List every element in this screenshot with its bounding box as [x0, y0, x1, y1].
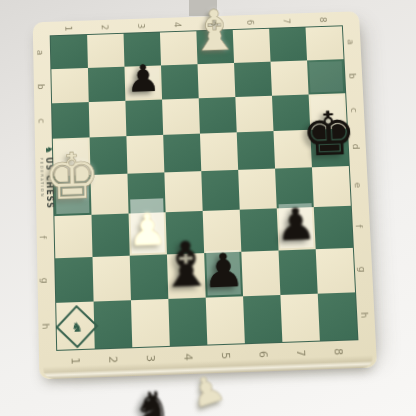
- file-label-left-a: a: [35, 50, 44, 56]
- offboard-white-pawn[interactable]: ♟: [185, 368, 229, 415]
- file-label-left-c: c: [36, 118, 45, 123]
- file-label-left-b: b: [36, 83, 45, 89]
- square-b2[interactable]: [88, 67, 125, 102]
- square-e8[interactable]: [312, 166, 351, 207]
- square-h2[interactable]: [94, 300, 133, 348]
- square-g1[interactable]: [55, 257, 93, 303]
- rank-label-top-3: 3: [136, 23, 145, 29]
- black-pawn-g5[interactable]: ♟: [199, 247, 247, 295]
- file-label-right-g: g: [357, 266, 366, 272]
- square-a2[interactable]: [87, 34, 124, 68]
- square-e6[interactable]: [238, 169, 277, 210]
- rank-label-top-6: 6: [246, 19, 255, 25]
- square-d3[interactable]: [126, 135, 164, 174]
- rank-label-bottom-8: 8: [332, 348, 344, 356]
- rank-label-bottom-2: 2: [107, 356, 118, 364]
- vinyl-board-mat: ♞ US CHESS FEDERATION 1122334455667788aa…: [33, 11, 377, 379]
- file-label-left-g: g: [40, 277, 49, 283]
- square-b7[interactable]: [271, 60, 309, 95]
- square-b1[interactable]: [51, 68, 88, 103]
- square-d4[interactable]: [163, 134, 201, 173]
- square-c6[interactable]: [235, 96, 273, 133]
- square-a1[interactable]: [51, 35, 88, 69]
- table-surface: ♞ US CHESS FEDERATION 1122334455667788aa…: [0, 0, 416, 416]
- square-f8[interactable]: [314, 206, 353, 249]
- square-e5[interactable]: [201, 170, 239, 211]
- file-label-right-e: e: [353, 182, 362, 188]
- rank-label-top-4: 4: [173, 22, 182, 28]
- square-c2[interactable]: [89, 101, 127, 138]
- square-c3[interactable]: [125, 100, 163, 137]
- square-d6[interactable]: [237, 131, 275, 170]
- rank-label-top-7: 7: [282, 18, 291, 24]
- square-h5[interactable]: [206, 296, 245, 344]
- rank-label-bottom-4: 4: [182, 353, 193, 361]
- rank-label-bottom-3: 3: [145, 355, 156, 363]
- square-b5[interactable]: [198, 63, 236, 98]
- offboard-black-piece[interactable]: ♞: [130, 382, 178, 416]
- square-h7[interactable]: [280, 294, 319, 342]
- square-a7[interactable]: [269, 28, 307, 62]
- square-b8[interactable]: [307, 59, 345, 94]
- rank-label-top-1: 1: [64, 26, 73, 32]
- black-pawn-f7[interactable]: ♟: [273, 202, 319, 248]
- square-h3[interactable]: [131, 299, 170, 347]
- black-pawn-b3[interactable]: ♟: [124, 60, 163, 98]
- square-g2[interactable]: [93, 256, 131, 302]
- file-label-left-f: f: [38, 235, 47, 239]
- rank-label-bottom-5: 5: [220, 352, 231, 360]
- square-h6[interactable]: [243, 295, 282, 343]
- square-h4[interactable]: [168, 298, 207, 346]
- square-g8[interactable]: [316, 248, 355, 294]
- file-label-right-a: a: [346, 39, 355, 45]
- rank-label-bottom-1: 1: [70, 357, 81, 365]
- rank-label-top-2: 2: [100, 24, 109, 30]
- black-king-d8[interactable]: ♚: [297, 103, 360, 165]
- square-g7[interactable]: [279, 249, 318, 295]
- file-label-right-b: b: [348, 72, 357, 78]
- rank-label-bottom-6: 6: [257, 351, 268, 359]
- square-a8[interactable]: [306, 26, 344, 60]
- square-c4[interactable]: [162, 98, 200, 135]
- square-c5[interactable]: [199, 97, 237, 134]
- square-f1[interactable]: [54, 215, 92, 258]
- file-label-right-f: f: [354, 224, 363, 227]
- square-f2[interactable]: [91, 214, 129, 257]
- square-d5[interactable]: [200, 132, 238, 171]
- square-e4[interactable]: [164, 171, 202, 212]
- square-c1[interactable]: [52, 102, 90, 139]
- white-king-e1[interactable]: ♚: [40, 144, 105, 210]
- file-label-left-h: h: [41, 323, 50, 329]
- square-h8[interactable]: [318, 292, 358, 340]
- square-b4[interactable]: [161, 64, 199, 99]
- square-b6[interactable]: [234, 62, 272, 97]
- rank-label-bottom-7: 7: [295, 349, 306, 357]
- file-label-right-h: h: [359, 312, 368, 318]
- white-bishop-a5[interactable]: ♝: [185, 2, 244, 60]
- rank-label-top-8: 8: [318, 17, 327, 23]
